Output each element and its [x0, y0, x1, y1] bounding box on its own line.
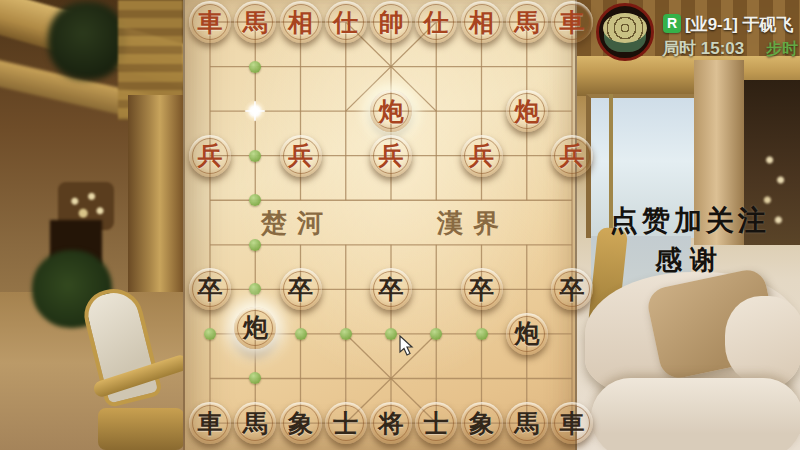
mouse-cursor	[399, 335, 415, 357]
move-hint-dot[interactable]	[249, 150, 261, 162]
piece-character: 車	[198, 411, 223, 436]
red-piece-炮[interactable]: 炮	[370, 90, 412, 132]
piece-character: 車	[198, 10, 223, 35]
piece-character: 兵	[560, 143, 585, 168]
red-piece-兵[interactable]: 兵	[461, 135, 503, 177]
red-piece-車[interactable]: 車	[189, 1, 231, 43]
red-piece-仕[interactable]: 仕	[415, 1, 457, 43]
piece-character: 兵	[469, 143, 494, 168]
piece-character: 卒	[469, 277, 494, 302]
piece-character: 炮	[379, 99, 404, 124]
piece-character: 卒	[560, 277, 585, 302]
move-hint-dot[interactable]	[295, 328, 307, 340]
move-hint-dot[interactable]	[249, 283, 261, 295]
red-piece-車[interactable]: 車	[551, 1, 593, 43]
piece-character: 車	[560, 411, 585, 436]
piece-character: 馬	[514, 411, 539, 436]
black-piece-卒[interactable]: 卒	[280, 268, 322, 310]
red-piece-馬[interactable]: 馬	[234, 1, 276, 43]
piece-character: 炮	[514, 321, 539, 346]
pieces-layer: 車馬相仕帥仕相馬車炮炮兵兵兵兵兵卒卒卒卒卒炮炮車馬象士将士象馬車	[185, 0, 575, 450]
move-time-label: 步时	[766, 39, 798, 60]
piece-character: 炮	[514, 99, 539, 124]
black-piece-象[interactable]: 象	[280, 402, 322, 444]
black-piece-車[interactable]: 車	[189, 402, 231, 444]
piece-character: 士	[424, 411, 449, 436]
black-piece-馬[interactable]: 馬	[506, 402, 548, 444]
black-piece-卒[interactable]: 卒	[461, 268, 503, 310]
gilded-armchair-seat	[98, 408, 183, 450]
rank-badge: R	[663, 14, 681, 33]
last-move-origin-sparkle	[244, 100, 266, 122]
red-piece-炮[interactable]: 炮	[506, 90, 548, 132]
move-hint-dot[interactable]	[249, 372, 261, 384]
piece-character: 卒	[379, 277, 404, 302]
piece-character: 兵	[288, 143, 313, 168]
red-piece-仕[interactable]: 仕	[325, 1, 367, 43]
black-piece-車[interactable]: 車	[551, 402, 593, 444]
player-name: [业9-1] 于砚飞	[685, 13, 794, 36]
piece-character: 仕	[333, 10, 358, 35]
black-piece-炮[interactable]: 炮	[234, 307, 276, 349]
piece-character: 相	[469, 10, 494, 35]
player-info-overlay: R [业9-1] 于砚飞 局时 15:03 步时	[590, 0, 800, 64]
red-piece-兵[interactable]: 兵	[370, 135, 412, 177]
piece-character: 仕	[424, 10, 449, 35]
red-piece-兵[interactable]: 兵	[551, 135, 593, 177]
black-piece-炮[interactable]: 炮	[506, 313, 548, 355]
game-time: 局时 15:03	[662, 37, 744, 60]
red-piece-兵[interactable]: 兵	[280, 135, 322, 177]
piece-character: 帥	[379, 10, 404, 35]
red-piece-馬[interactable]: 馬	[506, 1, 548, 43]
piece-character: 車	[560, 10, 585, 35]
xiangqi-board[interactable]: 楚河 漢界 車馬相仕帥仕相馬車炮炮兵兵兵兵兵卒卒卒卒卒炮炮車馬象士将士象馬車	[183, 0, 577, 450]
move-hint-dot[interactable]	[249, 61, 261, 73]
room-background-left	[0, 0, 183, 450]
piece-character: 卒	[198, 277, 223, 302]
move-hint-dot[interactable]	[476, 328, 488, 340]
sofa-bolster	[591, 378, 800, 450]
piece-character: 馬	[243, 411, 268, 436]
move-hint-dot[interactable]	[249, 239, 261, 251]
red-piece-相[interactable]: 相	[461, 1, 503, 43]
move-hint-dot[interactable]	[249, 194, 261, 206]
move-hint-dot[interactable]	[385, 328, 397, 340]
piece-character: 炮	[243, 315, 268, 340]
black-piece-士[interactable]: 士	[415, 402, 457, 444]
move-hint-dot[interactable]	[204, 328, 216, 340]
move-hint-dot[interactable]	[430, 328, 442, 340]
screen: 楚河 漢界 車馬相仕帥仕相馬車炮炮兵兵兵兵兵卒卒卒卒卒炮炮車馬象士将士象馬車 R…	[0, 0, 800, 450]
red-piece-帥[interactable]: 帥	[370, 1, 412, 43]
black-piece-士[interactable]: 士	[325, 402, 367, 444]
black-piece-卒[interactable]: 卒	[370, 268, 412, 310]
piece-character: 兵	[198, 143, 223, 168]
piece-character: 卒	[288, 277, 313, 302]
piece-character: 兵	[379, 143, 404, 168]
piece-character: 馬	[243, 10, 268, 35]
player-avatar-tea-bowl-icon[interactable]	[596, 3, 654, 61]
black-piece-象[interactable]: 象	[461, 402, 503, 444]
black-piece-卒[interactable]: 卒	[189, 268, 231, 310]
stream-caption: 点赞加关注 感谢	[588, 202, 792, 278]
black-piece-馬[interactable]: 馬	[234, 402, 276, 444]
marble-column	[128, 95, 183, 310]
red-piece-相[interactable]: 相	[280, 1, 322, 43]
piece-character: 士	[333, 411, 358, 436]
red-piece-兵[interactable]: 兵	[189, 135, 231, 177]
piece-character: 馬	[514, 10, 539, 35]
piece-character: 象	[288, 411, 313, 436]
tea-spiral	[603, 13, 647, 43]
caption-line-2: 感谢	[588, 242, 792, 278]
black-piece-将[interactable]: 将	[370, 402, 412, 444]
piece-character: 将	[379, 411, 404, 436]
piece-character: 象	[469, 411, 494, 436]
caption-line-1: 点赞加关注	[588, 202, 792, 240]
gold-capital	[687, 76, 749, 112]
piece-character: 相	[288, 10, 313, 35]
move-hint-dot[interactable]	[340, 328, 352, 340]
sofa-cushion	[725, 296, 800, 384]
ceiling-foliage	[48, 2, 126, 80]
